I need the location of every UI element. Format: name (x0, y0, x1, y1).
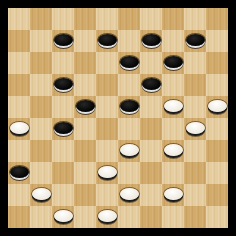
board-square[interactable] (74, 118, 96, 140)
board-square[interactable] (162, 96, 184, 118)
board-square[interactable] (206, 140, 228, 162)
board-square[interactable] (184, 184, 206, 206)
board-square[interactable] (74, 30, 96, 52)
board-square[interactable] (74, 74, 96, 96)
board-square[interactable] (184, 30, 206, 52)
board-square[interactable] (96, 8, 118, 30)
white-man[interactable] (186, 122, 205, 134)
black-man[interactable] (120, 56, 139, 68)
white-man[interactable] (10, 122, 29, 134)
board-square[interactable] (206, 206, 228, 228)
board-square[interactable] (30, 74, 52, 96)
board-square[interactable] (74, 8, 96, 30)
board-square[interactable] (162, 52, 184, 74)
board-square[interactable] (30, 162, 52, 184)
board-square[interactable] (118, 184, 140, 206)
board-square[interactable] (206, 162, 228, 184)
white-man[interactable] (54, 210, 73, 222)
board-square[interactable] (52, 30, 74, 52)
board-square[interactable] (140, 206, 162, 228)
board-square[interactable] (140, 184, 162, 206)
board-square[interactable] (162, 74, 184, 96)
board-square[interactable] (206, 8, 228, 30)
black-man[interactable] (142, 78, 161, 90)
board-square[interactable] (140, 140, 162, 162)
board-frame (0, 0, 236, 236)
black-man[interactable] (164, 56, 183, 68)
board-square[interactable] (96, 140, 118, 162)
board-square[interactable] (8, 118, 30, 140)
board-square[interactable] (52, 162, 74, 184)
board-square[interactable] (30, 8, 52, 30)
board-square[interactable] (96, 118, 118, 140)
board-square[interactable] (8, 184, 30, 206)
board-square[interactable] (52, 8, 74, 30)
board-square[interactable] (140, 30, 162, 52)
board-square[interactable] (8, 74, 30, 96)
board-square[interactable] (52, 96, 74, 118)
board-square[interactable] (96, 52, 118, 74)
board-square[interactable] (30, 118, 52, 140)
board-square[interactable] (184, 52, 206, 74)
black-man[interactable] (54, 34, 73, 46)
board-square[interactable] (118, 52, 140, 74)
board-square[interactable] (118, 140, 140, 162)
board-square[interactable] (140, 8, 162, 30)
board-square[interactable] (140, 52, 162, 74)
board-square[interactable] (74, 206, 96, 228)
board-square[interactable] (140, 96, 162, 118)
black-man[interactable] (54, 122, 73, 134)
board-square[interactable] (96, 206, 118, 228)
board-square[interactable] (30, 184, 52, 206)
board-square[interactable] (74, 140, 96, 162)
white-man[interactable] (120, 188, 139, 200)
board-square[interactable] (118, 118, 140, 140)
board-square[interactable] (96, 96, 118, 118)
board-square[interactable] (30, 30, 52, 52)
board-square[interactable] (206, 184, 228, 206)
board-square[interactable] (8, 162, 30, 184)
white-man[interactable] (164, 144, 183, 156)
board-square[interactable] (140, 74, 162, 96)
board-square[interactable] (162, 162, 184, 184)
board-square[interactable] (206, 52, 228, 74)
board-square[interactable] (162, 140, 184, 162)
black-man[interactable] (186, 34, 205, 46)
board-square[interactable] (118, 162, 140, 184)
white-man[interactable] (98, 210, 117, 222)
board-square[interactable] (118, 8, 140, 30)
white-man[interactable] (98, 166, 117, 178)
board-square[interactable] (52, 52, 74, 74)
board-square[interactable] (8, 96, 30, 118)
board-square[interactable] (162, 30, 184, 52)
board-square[interactable] (74, 184, 96, 206)
board-square[interactable] (140, 162, 162, 184)
white-man[interactable] (32, 188, 51, 200)
board-square[interactable] (52, 140, 74, 162)
white-man[interactable] (164, 188, 183, 200)
board-square[interactable] (74, 96, 96, 118)
board-square[interactable] (8, 30, 30, 52)
board-square[interactable] (30, 96, 52, 118)
white-man[interactable] (120, 144, 139, 156)
board-square[interactable] (96, 162, 118, 184)
board-square[interactable] (140, 118, 162, 140)
board-square[interactable] (118, 74, 140, 96)
board-square[interactable] (30, 140, 52, 162)
board-square[interactable] (8, 52, 30, 74)
black-man[interactable] (10, 166, 29, 178)
board-square[interactable] (8, 8, 30, 30)
board-square[interactable] (206, 74, 228, 96)
board-square[interactable] (8, 206, 30, 228)
board-square[interactable] (206, 96, 228, 118)
white-man[interactable] (208, 100, 227, 112)
board-square[interactable] (184, 118, 206, 140)
board-square[interactable] (184, 162, 206, 184)
board-square[interactable] (184, 74, 206, 96)
board-square[interactable] (74, 52, 96, 74)
board-square[interactable] (184, 140, 206, 162)
black-man[interactable] (120, 100, 139, 112)
board-square[interactable] (206, 118, 228, 140)
board-square[interactable] (206, 30, 228, 52)
board-square[interactable] (52, 74, 74, 96)
black-man[interactable] (54, 78, 73, 90)
black-man[interactable] (142, 34, 161, 46)
board-square[interactable] (74, 162, 96, 184)
black-man[interactable] (76, 100, 95, 112)
board-square[interactable] (184, 8, 206, 30)
white-man[interactable] (164, 100, 183, 112)
board-square[interactable] (184, 96, 206, 118)
board-square[interactable] (52, 184, 74, 206)
board-square[interactable] (8, 140, 30, 162)
board-square[interactable] (52, 206, 74, 228)
board-square[interactable] (162, 118, 184, 140)
board-square[interactable] (30, 206, 52, 228)
board-square[interactable] (96, 74, 118, 96)
board-square[interactable] (96, 30, 118, 52)
board-square[interactable] (96, 184, 118, 206)
board-square[interactable] (52, 118, 74, 140)
board-square[interactable] (30, 52, 52, 74)
board-square[interactable] (162, 206, 184, 228)
board-square[interactable] (118, 206, 140, 228)
board-square[interactable] (118, 96, 140, 118)
board-square[interactable] (118, 30, 140, 52)
board-square[interactable] (162, 184, 184, 206)
board-square[interactable] (162, 8, 184, 30)
draughts-board (8, 8, 228, 228)
black-man[interactable] (98, 34, 117, 46)
board-square[interactable] (184, 206, 206, 228)
